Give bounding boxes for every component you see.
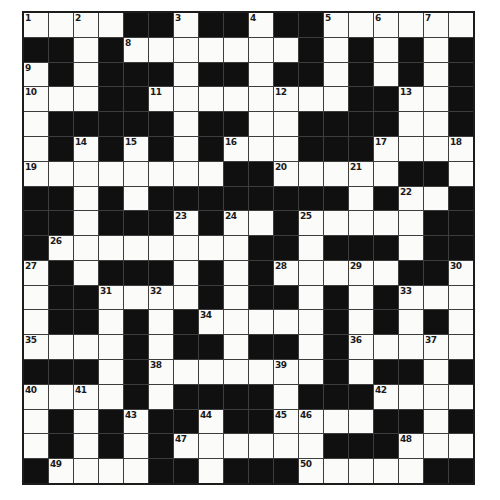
blocked-cell: [199, 187, 223, 211]
blocked-cell: [74, 360, 98, 384]
crossword-cell[interactable]: [324, 87, 348, 111]
crossword-cell[interactable]: [374, 38, 398, 62]
blocked-cell: [149, 13, 173, 37]
crossword-cell[interactable]: [249, 434, 273, 458]
crossword-cell[interactable]: 1: [24, 13, 48, 37]
crossword-cell[interactable]: [349, 410, 373, 434]
clue-number: 37: [425, 335, 437, 345]
clue-number: 31: [100, 286, 112, 296]
crossword-cell[interactable]: [424, 360, 448, 384]
crossword-cell[interactable]: 44: [199, 410, 223, 434]
crossword-cell[interactable]: 2: [74, 13, 98, 37]
crossword-cell[interactable]: 20: [274, 162, 298, 186]
crossword-cell[interactable]: [424, 286, 448, 310]
crossword-cell[interactable]: [299, 286, 323, 310]
crossword-cell[interactable]: 38: [149, 360, 173, 384]
crossword-cell[interactable]: [124, 236, 148, 260]
crossword-cell[interactable]: [374, 211, 398, 235]
blocked-cell: [149, 459, 173, 483]
blocked-cell: [24, 211, 48, 235]
crossword-cell[interactable]: [449, 310, 473, 334]
crossword-cell[interactable]: [399, 310, 423, 334]
crossword-cell[interactable]: 37: [424, 335, 448, 359]
clue-number: 49: [50, 459, 62, 469]
crossword-cell[interactable]: 13: [399, 87, 423, 111]
crossword-cell[interactable]: [449, 385, 473, 409]
crossword-cell[interactable]: [124, 459, 148, 483]
crossword-cell[interactable]: [74, 434, 98, 458]
blocked-cell: [49, 112, 73, 136]
crossword-cell[interactable]: [424, 137, 448, 161]
crossword-cell[interactable]: [74, 261, 98, 285]
crossword-cell[interactable]: 7: [424, 13, 448, 37]
crossword-cell[interactable]: [24, 112, 48, 136]
crossword-cell[interactable]: [199, 87, 223, 111]
crossword-cell[interactable]: [424, 434, 448, 458]
blocked-cell: [24, 236, 48, 260]
crossword-cell[interactable]: [374, 335, 398, 359]
clue-number: 16: [225, 137, 237, 147]
crossword-cell[interactable]: [74, 211, 98, 235]
crossword-cell[interactable]: [224, 261, 248, 285]
crossword-cell[interactable]: [424, 63, 448, 87]
crossword-cell[interactable]: 5: [324, 13, 348, 37]
crossword-cell[interactable]: [99, 13, 123, 37]
crossword-cell[interactable]: [74, 162, 98, 186]
crossword-cell[interactable]: [174, 87, 198, 111]
crossword-cell[interactable]: [424, 87, 448, 111]
crossword-cell[interactable]: 35: [24, 335, 48, 359]
clue-number: 4: [250, 13, 256, 23]
crossword-cell[interactable]: 47: [174, 434, 198, 458]
blocked-cell: [124, 335, 148, 359]
clue-number: 3: [175, 13, 181, 23]
crossword-cell[interactable]: [424, 187, 448, 211]
crossword-cell[interactable]: [299, 236, 323, 260]
blocked-cell: [49, 410, 73, 434]
crossword-cell[interactable]: [99, 459, 123, 483]
blocked-cell: [249, 236, 273, 260]
blocked-cell: [99, 137, 123, 161]
blocked-cell: [349, 137, 373, 161]
crossword-cell[interactable]: [249, 87, 273, 111]
crossword-cell[interactable]: 43: [124, 410, 148, 434]
crossword-cell[interactable]: 8: [124, 38, 148, 62]
crossword-cell[interactable]: [74, 410, 98, 434]
crossword-cell[interactable]: [374, 63, 398, 87]
clue-number: 35: [25, 335, 37, 345]
crossword-cell[interactable]: [74, 187, 98, 211]
crossword-cell[interactable]: [324, 38, 348, 62]
crossword-cell[interactable]: [49, 335, 73, 359]
crossword-cell[interactable]: 12: [274, 87, 298, 111]
crossword-cell[interactable]: [374, 459, 398, 483]
blocked-cell: [249, 385, 273, 409]
crossword-cell[interactable]: 24: [224, 211, 248, 235]
crossword-cell[interactable]: [24, 434, 48, 458]
crossword-cell[interactable]: [224, 236, 248, 260]
blocked-cell: [99, 38, 123, 62]
clue-number: 47: [175, 434, 187, 444]
crossword-cell[interactable]: [124, 187, 148, 211]
clue-number: 9: [25, 63, 31, 73]
crossword-cell[interactable]: 11: [149, 87, 173, 111]
blocked-cell: [224, 112, 248, 136]
crossword-cell[interactable]: [224, 38, 248, 62]
crossword-cell[interactable]: [424, 112, 448, 136]
crossword-cell[interactable]: [299, 310, 323, 334]
blocked-cell: [124, 13, 148, 37]
blocked-cell: [424, 310, 448, 334]
blocked-cell: [49, 261, 73, 285]
crossword-cell[interactable]: 25: [299, 211, 323, 235]
blocked-cell: [424, 459, 448, 483]
blocked-cell: [124, 310, 148, 334]
crossword-cell[interactable]: [24, 310, 48, 334]
crossword-cell[interactable]: 48: [399, 434, 423, 458]
crossword-cell[interactable]: [24, 410, 48, 434]
blocked-cell: [99, 87, 123, 111]
blocked-cell: [349, 385, 373, 409]
crossword-cell[interactable]: 19: [24, 162, 48, 186]
blocked-cell: [424, 211, 448, 235]
blocked-cell: [274, 63, 298, 87]
blocked-cell: [299, 385, 323, 409]
crossword-cell[interactable]: [224, 434, 248, 458]
blocked-cell: [274, 211, 298, 235]
blocked-cell: [324, 236, 348, 260]
clue-number: 46: [300, 410, 312, 420]
clue-number: 25: [300, 211, 312, 221]
blocked-cell: [349, 38, 373, 62]
crossword-cell[interactable]: [399, 385, 423, 409]
clue-number: 15: [125, 137, 137, 147]
blocked-cell: [174, 310, 198, 334]
crossword-cell[interactable]: [399, 459, 423, 483]
crossword-cell[interactable]: [199, 162, 223, 186]
crossword-cell[interactable]: [299, 335, 323, 359]
crossword-cell[interactable]: [199, 236, 223, 260]
crossword-cell[interactable]: [349, 459, 373, 483]
crossword-cell[interactable]: [274, 385, 298, 409]
crossword-cell[interactable]: [349, 360, 373, 384]
crossword-cell[interactable]: [224, 310, 248, 334]
blocked-cell: [74, 112, 98, 136]
blocked-cell: [299, 38, 323, 62]
crossword-cell[interactable]: [399, 335, 423, 359]
blocked-cell: [324, 187, 348, 211]
blocked-cell: [124, 87, 148, 111]
crossword-cell[interactable]: 26: [49, 236, 73, 260]
crossword-cell[interactable]: 45: [274, 410, 298, 434]
clue-number: 34: [200, 310, 212, 320]
blocked-cell: [174, 385, 198, 409]
crossword-cell[interactable]: [49, 385, 73, 409]
crossword-cell[interactable]: 6: [374, 13, 398, 37]
blocked-cell: [249, 261, 273, 285]
clue-number: 39: [275, 360, 287, 370]
crossword-cell[interactable]: [249, 112, 273, 136]
blocked-cell: [299, 187, 323, 211]
blocked-cell: [324, 434, 348, 458]
crossword-cell[interactable]: 18: [449, 137, 473, 161]
blocked-cell: [224, 410, 248, 434]
crossword-cell[interactable]: [124, 286, 148, 310]
crossword-cell[interactable]: 29: [349, 261, 373, 285]
crossword-cell[interactable]: [299, 261, 323, 285]
blocked-cell: [399, 162, 423, 186]
blocked-cell: [449, 410, 473, 434]
blocked-cell: [199, 211, 223, 235]
crossword-cell[interactable]: [224, 335, 248, 359]
crossword-cell[interactable]: [424, 38, 448, 62]
blocked-cell: [449, 87, 473, 111]
crossword-cell[interactable]: 14: [74, 137, 98, 161]
blocked-cell: [74, 286, 98, 310]
crossword-cell[interactable]: [349, 187, 373, 211]
crossword-cell[interactable]: 32: [149, 286, 173, 310]
crossword-cell[interactable]: 36: [349, 335, 373, 359]
crossword-cell[interactable]: [49, 87, 73, 111]
crossword-cell[interactable]: 4: [249, 13, 273, 37]
crossword-cell[interactable]: 49: [49, 459, 73, 483]
crossword-cell[interactable]: 39: [274, 360, 298, 384]
crossword-cell[interactable]: [299, 87, 323, 111]
blocked-cell: [124, 385, 148, 409]
clue-number: 38: [150, 360, 162, 370]
blocked-cell: [49, 63, 73, 87]
crossword-cell[interactable]: [174, 137, 198, 161]
blocked-cell: [74, 310, 98, 334]
crossword-cell[interactable]: [449, 162, 473, 186]
crossword-cell[interactable]: [174, 286, 198, 310]
crossword-cell[interactable]: [174, 112, 198, 136]
blocked-cell: [449, 459, 473, 483]
blocked-cell: [174, 410, 198, 434]
crossword-cell[interactable]: [99, 360, 123, 384]
crossword-cell[interactable]: [149, 335, 173, 359]
crossword-cell[interactable]: [174, 360, 198, 384]
crossword-cell[interactable]: [349, 13, 373, 37]
clue-number: 14: [75, 137, 87, 147]
crossword-cell[interactable]: [399, 13, 423, 37]
clue-number: 29: [350, 261, 362, 271]
crossword-cell[interactable]: [199, 360, 223, 384]
clue-number: 50: [300, 459, 312, 469]
crossword-cell[interactable]: [199, 38, 223, 62]
crossword-cell[interactable]: [349, 286, 373, 310]
crossword-cell[interactable]: [174, 38, 198, 62]
crossword-cell[interactable]: 50: [299, 459, 323, 483]
crossword-cell[interactable]: 46: [299, 410, 323, 434]
crossword-cell[interactable]: [149, 38, 173, 62]
crossword-cell[interactable]: 15: [124, 137, 148, 161]
clue-number: 5: [325, 13, 331, 23]
crossword-cell[interactable]: [99, 335, 123, 359]
blocked-cell: [424, 261, 448, 285]
crossword-cell[interactable]: [274, 434, 298, 458]
crossword-cell[interactable]: 10: [24, 87, 48, 111]
crossword-cell[interactable]: [49, 13, 73, 37]
crossword-cell[interactable]: [274, 137, 298, 161]
crossword-cell[interactable]: 34: [199, 310, 223, 334]
crossword-cell[interactable]: [299, 434, 323, 458]
blocked-cell: [124, 261, 148, 285]
blocked-cell: [99, 187, 123, 211]
crossword-cell[interactable]: [449, 335, 473, 359]
crossword-cell[interactable]: [149, 385, 173, 409]
blocked-cell: [99, 261, 123, 285]
crossword-cell[interactable]: 27: [24, 261, 48, 285]
crossword-cell[interactable]: [324, 211, 348, 235]
crossword-cell[interactable]: 33: [399, 286, 423, 310]
blocked-cell: [199, 112, 223, 136]
crossword-cell[interactable]: [249, 63, 273, 87]
crossword-cell[interactable]: [449, 286, 473, 310]
crossword-cell[interactable]: [249, 38, 273, 62]
blocked-cell: [299, 63, 323, 87]
crossword-cell[interactable]: [224, 87, 248, 111]
crossword-cell[interactable]: [349, 310, 373, 334]
blocked-cell: [449, 187, 473, 211]
crossword-cell[interactable]: [274, 310, 298, 334]
clue-number: 26: [50, 236, 62, 246]
crossword-cell[interactable]: [324, 261, 348, 285]
crossword-cell[interactable]: [74, 335, 98, 359]
crossword-cell[interactable]: [374, 162, 398, 186]
crossword-cell[interactable]: [74, 63, 98, 87]
crossword-cell[interactable]: 16: [224, 137, 248, 161]
crossword-cell[interactable]: 30: [449, 261, 473, 285]
crossword-cell[interactable]: 28: [274, 261, 298, 285]
clue-number: 28: [275, 261, 287, 271]
blocked-cell: [274, 187, 298, 211]
crossword-cell[interactable]: [399, 137, 423, 161]
blocked-cell: [199, 261, 223, 285]
blocked-cell: [449, 38, 473, 62]
crossword-cell[interactable]: [399, 236, 423, 260]
crossword-cell[interactable]: [149, 236, 173, 260]
crossword-cell[interactable]: [174, 63, 198, 87]
crossword-cell[interactable]: [249, 310, 273, 334]
crossword-cell[interactable]: [24, 137, 48, 161]
crossword-cell[interactable]: [124, 162, 148, 186]
crossword-cell[interactable]: 3: [174, 13, 198, 37]
crossword-cell[interactable]: [24, 286, 48, 310]
blocked-cell: [449, 211, 473, 235]
crossword-cell[interactable]: [49, 162, 73, 186]
crossword-cell[interactable]: [324, 63, 348, 87]
crossword-cell[interactable]: [299, 360, 323, 384]
blocked-cell: [174, 459, 198, 483]
crossword-cell[interactable]: [124, 434, 148, 458]
clue-number: 30: [450, 261, 462, 271]
blocked-cell: [249, 335, 273, 359]
crossword-cell[interactable]: [349, 211, 373, 235]
crossword-cell[interactable]: [324, 410, 348, 434]
blocked-cell: [249, 286, 273, 310]
blocked-cell: [349, 112, 373, 136]
crossword-cell[interactable]: [449, 13, 473, 37]
crossword-cell[interactable]: [249, 137, 273, 161]
crossword-cell[interactable]: [74, 38, 98, 62]
blocked-cell: [349, 87, 373, 111]
crossword-cell[interactable]: 22: [399, 187, 423, 211]
crossword-cell[interactable]: [74, 236, 98, 260]
clue-number: 8: [125, 38, 131, 48]
crossword-cell[interactable]: 41: [74, 385, 98, 409]
crossword-cell[interactable]: [174, 261, 198, 285]
crossword-cell[interactable]: 31: [99, 286, 123, 310]
blocked-cell: [124, 63, 148, 87]
crossword-cell[interactable]: [99, 236, 123, 260]
blocked-cell: [49, 211, 73, 235]
crossword-cell[interactable]: [249, 211, 273, 235]
blocked-cell: [324, 112, 348, 136]
crossword-cell[interactable]: 23: [174, 211, 198, 235]
crossword-cell[interactable]: [149, 310, 173, 334]
crossword-cell[interactable]: [74, 459, 98, 483]
crossword-cell[interactable]: [199, 434, 223, 458]
crossword-cell[interactable]: [374, 261, 398, 285]
crossword-cell[interactable]: [74, 87, 98, 111]
crossword-cell[interactable]: 21: [349, 162, 373, 186]
crossword-cell[interactable]: [274, 38, 298, 62]
crossword-cell[interactable]: [149, 162, 173, 186]
crossword-cell[interactable]: [99, 310, 123, 334]
crossword-cell[interactable]: [99, 162, 123, 186]
blocked-cell: [424, 162, 448, 186]
blocked-cell: [299, 13, 323, 37]
blocked-cell: [274, 335, 298, 359]
crossword-cell[interactable]: [224, 360, 248, 384]
blocked-cell: [374, 236, 398, 260]
crossword-cell[interactable]: 40: [24, 385, 48, 409]
blocked-cell: [249, 410, 273, 434]
crossword-cell[interactable]: [249, 360, 273, 384]
crossword-cell[interactable]: [424, 410, 448, 434]
crossword-cell[interactable]: [324, 459, 348, 483]
clue-number: 43: [125, 410, 137, 420]
blocked-cell: [149, 63, 173, 87]
blocked-cell: [199, 13, 223, 37]
crossword-cell[interactable]: [399, 112, 423, 136]
crossword-cell[interactable]: [299, 162, 323, 186]
crossword-cell[interactable]: [449, 434, 473, 458]
crossword-cell[interactable]: 17: [374, 137, 398, 161]
blocked-cell: [374, 112, 398, 136]
blocked-cell: [324, 286, 348, 310]
blocked-cell: [399, 261, 423, 285]
crossword-cell[interactable]: 42: [374, 385, 398, 409]
crossword-cell[interactable]: [424, 385, 448, 409]
crossword-cell[interactable]: [274, 112, 298, 136]
crossword-cell[interactable]: [174, 236, 198, 260]
crossword-cell[interactable]: [174, 162, 198, 186]
crossword-cell[interactable]: [324, 162, 348, 186]
crossword-cell[interactable]: [399, 211, 423, 235]
blocked-cell: [324, 385, 348, 409]
crossword-cell[interactable]: [199, 459, 223, 483]
crossword-cell[interactable]: [224, 286, 248, 310]
clue-number: 22: [400, 187, 412, 197]
blocked-cell: [224, 63, 248, 87]
blocked-cell: [449, 112, 473, 136]
crossword-cell[interactable]: [99, 385, 123, 409]
clue-number: 33: [400, 286, 412, 296]
crossword-cell[interactable]: 9: [24, 63, 48, 87]
blocked-cell: [324, 360, 348, 384]
